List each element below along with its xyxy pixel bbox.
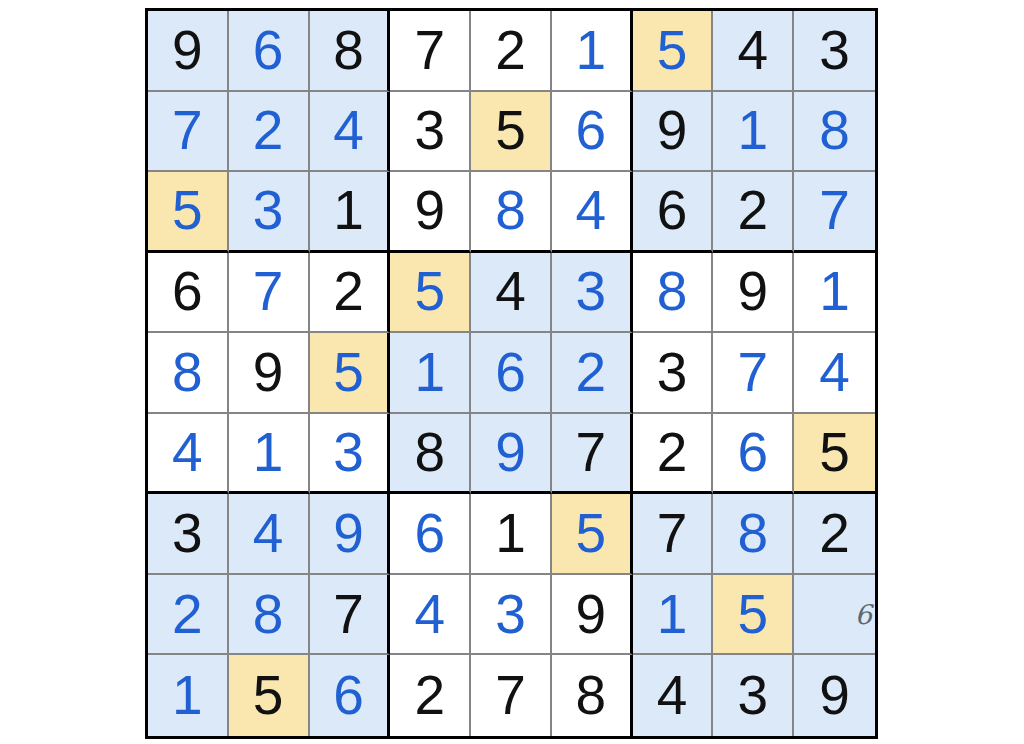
digit: 2 [495,23,526,78]
digit: 2 [253,103,284,158]
digit: 2 [575,345,606,400]
digit: 8 [495,183,526,238]
cell-r7c3[interactable]: 9 [310,494,391,575]
cell-r9c3[interactable]: 6 [310,655,391,736]
digit: 7 [333,587,364,642]
cell-r8c1[interactable]: 2 [148,575,229,656]
digit: 8 [819,103,850,158]
digit: 6 [575,103,606,158]
pencil-mark: 6 [855,601,872,628]
cell-r2c1[interactable]: 7 [148,92,229,173]
cell-r3c8[interactable]: 2 [713,172,794,253]
cell-r3c7[interactable]: 6 [633,172,714,253]
cell-r4c4[interactable]: 5 [390,253,471,334]
cell-r4c5[interactable]: 4 [471,253,552,334]
digit: 8 [657,264,688,319]
digit: 1 [495,506,526,561]
digit: 9 [172,23,203,78]
cell-r7c5[interactable]: 1 [471,494,552,575]
digit: 7 [819,183,850,238]
digit: 5 [172,183,203,238]
cell-r3c9[interactable]: 7 [794,172,875,253]
cell-r2c5[interactable]: 5 [471,92,552,173]
digit: 3 [575,264,606,319]
cell-r9c9[interactable]: 9 [794,655,875,736]
cell-r8c8[interactable]: 5 [713,575,794,656]
digit: 6 [657,183,688,238]
digit: 7 [575,425,606,480]
digit: 6 [253,23,284,78]
cell-r7c6[interactable]: 5 [552,494,633,575]
cell-r4c2[interactable]: 7 [229,253,310,334]
digit: 8 [738,506,769,561]
cell-r4c9[interactable]: 1 [794,253,875,334]
cell-r6c2[interactable]: 1 [229,414,310,495]
digit: 5 [253,668,284,723]
digit: 4 [819,345,850,400]
cell-r9c7[interactable]: 4 [633,655,714,736]
cell-r8c7[interactable]: 1 [633,575,714,656]
cell-r1c8[interactable]: 4 [713,11,794,92]
digit: 3 [657,345,688,400]
cell-r8c6[interactable]: 9 [552,575,633,656]
digit: 7 [172,103,203,158]
cell-r5c6[interactable]: 2 [552,333,633,414]
digit: 9 [495,425,526,480]
digit: 2 [819,506,850,561]
page-background: 9687215437243569185319846276725438918951… [0,0,1024,744]
digit: 3 [172,506,203,561]
cell-r2c9[interactable]: 8 [794,92,875,173]
digit: 9 [333,506,364,561]
cell-r4c8[interactable]: 9 [713,253,794,334]
digit: 6 [414,506,445,561]
digit: 4 [495,264,526,319]
digit: 1 [172,668,203,723]
digit: 6 [172,264,203,319]
digit: 6 [738,425,769,480]
cell-r4c6[interactable]: 3 [552,253,633,334]
cell-r1c9[interactable]: 3 [794,11,875,92]
cell-r4c7[interactable]: 8 [633,253,714,334]
digit: 4 [172,425,203,480]
cell-r2c6[interactable]: 6 [552,92,633,173]
cell-r2c3[interactable]: 4 [310,92,391,173]
digit: 6 [495,345,526,400]
digit: 4 [738,23,769,78]
digit: 3 [738,668,769,723]
cell-r8c4[interactable]: 4 [390,575,471,656]
digit: 5 [819,425,850,480]
digit: 2 [333,264,364,319]
cell-r6c1[interactable]: 4 [148,414,229,495]
cell-r5c8[interactable]: 7 [713,333,794,414]
digit: 1 [253,425,284,480]
cell-r9c8[interactable]: 3 [713,655,794,736]
cell-r9c2[interactable]: 5 [229,655,310,736]
cell-r5c4[interactable]: 1 [390,333,471,414]
cell-r2c7[interactable]: 9 [633,92,714,173]
cell-r7c7[interactable]: 7 [633,494,714,575]
digit: 5 [495,103,526,158]
digit: 6 [333,668,364,723]
cell-r5c1[interactable]: 8 [148,333,229,414]
digit: 1 [333,183,364,238]
cell-r1c2[interactable]: 6 [229,11,310,92]
cell-r1c4[interactable]: 7 [390,11,471,92]
digit: 4 [657,668,688,723]
cell-r2c4[interactable]: 3 [390,92,471,173]
cell-r2c2[interactable]: 2 [229,92,310,173]
digit: 1 [738,103,769,158]
digit: 1 [414,345,445,400]
digit: 8 [253,587,284,642]
digit: 9 [657,103,688,158]
cell-r8c9[interactable]: 6 [794,575,875,656]
digit: 2 [172,587,203,642]
cell-r1c5[interactable]: 2 [471,11,552,92]
cell-r3c2[interactable]: 3 [229,172,310,253]
digit: 4 [333,103,364,158]
cell-r3c6[interactable]: 4 [552,172,633,253]
cell-r1c1[interactable]: 9 [148,11,229,92]
cell-r3c3[interactable]: 1 [310,172,391,253]
cell-r7c1[interactable]: 3 [148,494,229,575]
digit: 2 [738,183,769,238]
cell-r1c7[interactable]: 5 [633,11,714,92]
digit: 5 [738,587,769,642]
digit: 7 [414,23,445,78]
digit: 8 [414,425,445,480]
digit: 7 [495,668,526,723]
cell-r6c3[interactable]: 3 [310,414,391,495]
cell-r3c5[interactable]: 8 [471,172,552,253]
cell-r5c3[interactable]: 5 [310,333,391,414]
digit: 5 [575,506,606,561]
digit: 3 [819,23,850,78]
digit: 9 [414,183,445,238]
cell-r5c2[interactable]: 9 [229,333,310,414]
digit: 9 [575,587,606,642]
digit: 2 [414,668,445,723]
digit: 5 [657,23,688,78]
cell-r5c9[interactable]: 4 [794,333,875,414]
digit: 8 [333,23,364,78]
cell-r7c8[interactable]: 8 [713,494,794,575]
digit: 7 [657,506,688,561]
cell-r2c8[interactable]: 1 [713,92,794,173]
digit: 7 [738,345,769,400]
cell-r6c6[interactable]: 7 [552,414,633,495]
digit: 4 [414,587,445,642]
digit: 3 [253,183,284,238]
cell-r8c5[interactable]: 3 [471,575,552,656]
cell-r7c9[interactable]: 2 [794,494,875,575]
digit: 5 [333,345,364,400]
digit: 4 [575,183,606,238]
digit: 3 [495,587,526,642]
digit: 8 [172,345,203,400]
digit: 3 [414,103,445,158]
cell-r9c5[interactable]: 7 [471,655,552,736]
digit: 1 [819,264,850,319]
digit: 3 [333,425,364,480]
cell-r6c8[interactable]: 6 [713,414,794,495]
digit: 4 [253,506,284,561]
digit: 2 [657,425,688,480]
cell-r3c4[interactable]: 9 [390,172,471,253]
cell-r6c7[interactable]: 2 [633,414,714,495]
cell-r9c6[interactable]: 8 [552,655,633,736]
digit: 1 [657,587,688,642]
cell-r9c1[interactable]: 1 [148,655,229,736]
sudoku-board: 9687215437243569185319846276725438918951… [145,8,878,739]
cell-r1c6[interactable]: 1 [552,11,633,92]
digit: 8 [575,668,606,723]
cell-r8c3[interactable]: 7 [310,575,391,656]
cell-r4c1[interactable]: 6 [148,253,229,334]
digit: 9 [819,668,850,723]
cell-r9c4[interactable]: 2 [390,655,471,736]
digit: 7 [253,264,284,319]
digit: 5 [414,264,445,319]
cell-r1c3[interactable]: 8 [310,11,391,92]
digit: 9 [738,264,769,319]
cell-r4c3[interactable]: 2 [310,253,391,334]
cell-r5c7[interactable]: 3 [633,333,714,414]
cell-r7c4[interactable]: 6 [390,494,471,575]
cell-r3c1[interactable]: 5 [148,172,229,253]
cell-r6c5[interactable]: 9 [471,414,552,495]
cell-r7c2[interactable]: 4 [229,494,310,575]
cell-r5c5[interactable]: 6 [471,333,552,414]
digit: 1 [575,23,606,78]
digit: 9 [253,345,284,400]
cell-r8c2[interactable]: 8 [229,575,310,656]
cell-r6c4[interactable]: 8 [390,414,471,495]
cell-r6c9[interactable]: 5 [794,414,875,495]
